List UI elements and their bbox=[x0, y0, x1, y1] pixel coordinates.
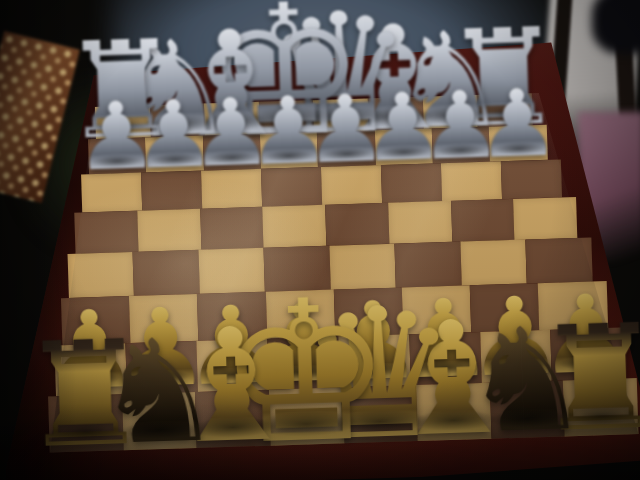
piece-white-pawn-h2: ♟ bbox=[74, 89, 160, 184]
chess-board: ♜♞♝♛♚♝♞♜♟♟♟♟♟♟♟♟♟♟♟♟♟♟♟♟♜♞♝♛♚♝♞♜ bbox=[0, 0, 640, 480]
pieces-layer: ♜♞♝♛♚♝♞♜♟♟♟♟♟♟♟♟♟♟♟♟♟♟♟♟♜♞♝♛♚♝♞♜ bbox=[0, 0, 640, 480]
chessboard-photo: ♜♞♝♛♚♝♞♜♟♟♟♟♟♟♟♟♟♟♟♟♟♟♟♟♜♞♝♛♚♝♞♜ bbox=[0, 0, 640, 480]
piece-black-rook-h8: ♜ bbox=[18, 320, 152, 468]
